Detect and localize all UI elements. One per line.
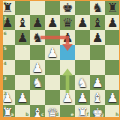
- black-pawn-c7[interactable]: ♟: [30, 15, 45, 30]
- square-b2[interactable]: ♟: [15, 90, 30, 105]
- black-queen-e7[interactable]: ♛: [60, 15, 75, 30]
- board-frame-left: [0, 0, 3, 120]
- black-bishop-g7[interactable]: ♝: [90, 15, 105, 30]
- rank-label-3: 3: [3, 76, 6, 81]
- black-knight-c6[interactable]: ♞: [30, 30, 45, 45]
- file-label-e: e: [71, 112, 74, 117]
- square-f7[interactable]: ♟: [75, 15, 90, 30]
- square-g5[interactable]: [90, 45, 105, 60]
- black-pawn-g6[interactable]: ♟: [90, 30, 105, 45]
- square-f8[interactable]: [75, 0, 90, 15]
- square-b5[interactable]: [15, 45, 30, 60]
- square-e3[interactable]: [60, 75, 75, 90]
- square-e2[interactable]: ♟: [60, 90, 75, 105]
- black-pawn-e6[interactable]: ♟: [60, 30, 75, 45]
- square-e4[interactable]: [60, 60, 75, 75]
- white-pawn-b2[interactable]: ♟: [15, 90, 30, 105]
- square-d3[interactable]: [45, 75, 60, 90]
- white-pawn-f2[interactable]: ♟: [75, 90, 90, 105]
- square-d4[interactable]: [45, 60, 60, 75]
- square-d2[interactable]: [45, 90, 60, 105]
- square-c4[interactable]: ♟: [30, 60, 45, 75]
- file-label-b: b: [26, 112, 29, 117]
- black-pawn-b6[interactable]: ♟: [15, 30, 30, 45]
- square-e5[interactable]: [60, 45, 75, 60]
- square-c7[interactable]: ♟: [30, 15, 45, 30]
- square-c3[interactable]: ♞: [30, 75, 45, 90]
- square-h2[interactable]: ♟: [105, 90, 120, 105]
- square-h5[interactable]: [105, 45, 120, 60]
- square-c8[interactable]: [30, 0, 45, 15]
- square-f2[interactable]: ♟: [75, 90, 90, 105]
- square-c6[interactable]: ♞: [30, 30, 45, 45]
- square-h7[interactable]: ♟: [105, 15, 120, 30]
- black-rook-h8[interactable]: ♜: [105, 0, 120, 15]
- square-g4[interactable]: [90, 60, 105, 75]
- square-f6[interactable]: [75, 30, 90, 45]
- chess-board[interactable]: 8♜♚♞♜7♟♝♟♟♛♟♝♟6♟♞♟♟5♟4♟3♞♞♟2♟♟♟♟♝♟1a♜bc♝…: [0, 0, 120, 120]
- square-h8[interactable]: ♜: [105, 0, 120, 15]
- square-c5[interactable]: [30, 45, 45, 60]
- square-f4[interactable]: [75, 60, 90, 75]
- square-b3[interactable]: [15, 75, 30, 90]
- square-g8[interactable]: ♞: [90, 0, 105, 15]
- white-pawn-g3[interactable]: ♟: [90, 75, 105, 90]
- square-d7[interactable]: ♟: [45, 15, 60, 30]
- square-b7[interactable]: ♝: [15, 15, 30, 30]
- square-e8[interactable]: ♚: [60, 0, 75, 15]
- white-knight-c3[interactable]: ♞: [30, 75, 45, 90]
- square-d6[interactable]: [45, 30, 60, 45]
- square-b4[interactable]: [15, 60, 30, 75]
- black-knight-g8[interactable]: ♞: [90, 0, 105, 15]
- square-d5[interactable]: ♟: [45, 45, 60, 60]
- square-h3[interactable]: [105, 75, 120, 90]
- square-e7[interactable]: ♛: [60, 15, 75, 30]
- square-c2[interactable]: [30, 90, 45, 105]
- square-d8[interactable]: [45, 0, 60, 15]
- rank-label-4: 4: [3, 61, 6, 66]
- square-h4[interactable]: [105, 60, 120, 75]
- white-pawn-e2[interactable]: ♟: [60, 90, 75, 105]
- square-f3[interactable]: ♞: [75, 75, 90, 90]
- rank-label-6: 6: [3, 31, 6, 36]
- board-frame-right: [119, 0, 120, 120]
- square-f5[interactable]: [75, 45, 90, 60]
- black-pawn-h7[interactable]: ♟: [105, 15, 120, 30]
- black-pawn-f7[interactable]: ♟: [75, 15, 90, 30]
- black-king-e8[interactable]: ♚: [60, 0, 75, 15]
- white-pawn-c4[interactable]: ♟: [30, 60, 45, 75]
- black-bishop-b7[interactable]: ♝: [15, 15, 30, 30]
- square-b6[interactable]: ♟: [15, 30, 30, 45]
- square-g2[interactable]: ♝: [90, 90, 105, 105]
- white-pawn-h2[interactable]: ♟: [105, 90, 120, 105]
- white-knight-f3[interactable]: ♞: [75, 75, 90, 90]
- board-frame-top: [0, 0, 120, 1]
- square-g6[interactable]: ♟: [90, 30, 105, 45]
- white-bishop-g2[interactable]: ♝: [90, 90, 105, 105]
- square-g3[interactable]: ♟: [90, 75, 105, 90]
- board-frame-bottom: [0, 117, 120, 120]
- square-b8[interactable]: [15, 0, 30, 15]
- rank-label-5: 5: [3, 46, 6, 51]
- white-pawn-d5[interactable]: ♟: [45, 45, 60, 60]
- square-e6[interactable]: ♟: [60, 30, 75, 45]
- square-h6[interactable]: [105, 30, 120, 45]
- black-pawn-d7[interactable]: ♟: [45, 15, 60, 30]
- chess-board-screenshot: 8♜♚♞♜7♟♝♟♟♛♟♝♟6♟♞♟♟5♟4♟3♞♞♟2♟♟♟♟♝♟1a♜bc♝…: [0, 0, 120, 120]
- square-g7[interactable]: ♝: [90, 15, 105, 30]
